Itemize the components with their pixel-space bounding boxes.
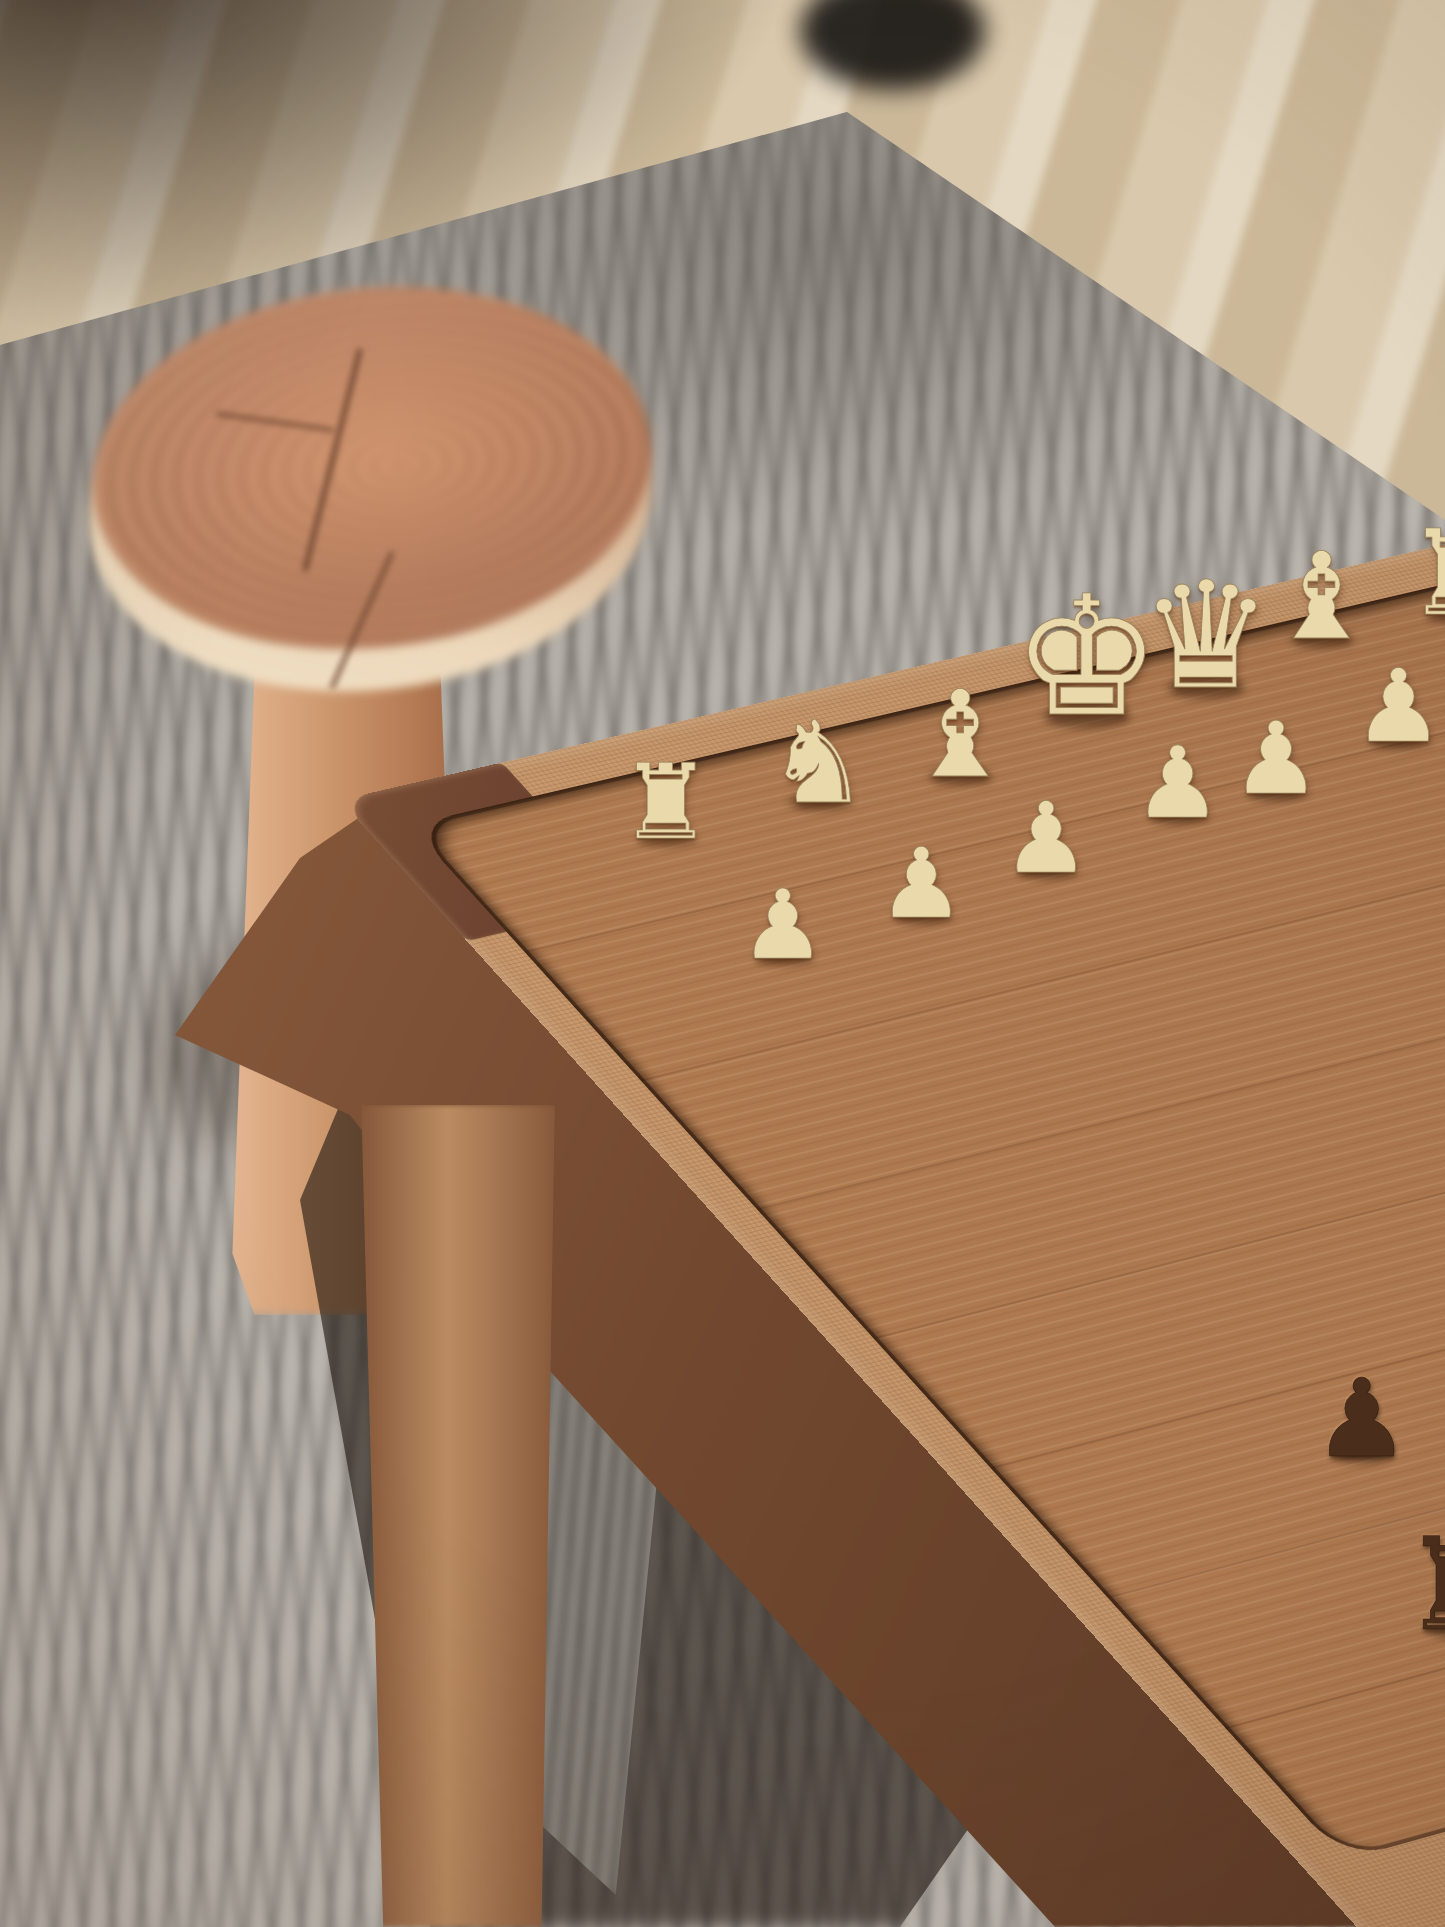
piece-white-pawn-b7[interactable]: ♟ — [740, 877, 826, 973]
piece-black-pawn-c3[interactable]: ♟ — [1313, 1365, 1410, 1473]
pieces-layer: ♜♞♝♚♛♝♜♟♟♟♟♟♟♟♟♜ — [0, 0, 1445, 1927]
piece-white-pawn-g7[interactable]: ♟ — [1353, 656, 1444, 757]
piece-black-rook-b2[interactable]: ♜ — [1402, 1521, 1445, 1649]
piece-white-pawn-d7[interactable]: ♟ — [1002, 789, 1090, 887]
piece-white-rook-b8[interactable]: ♜ — [619, 751, 712, 855]
living-room-chess-photo: ♜♞♝♚♛♝♜♟♟♟♟♟♟♟♟♜ — [0, 0, 1445, 1927]
piece-white-rook-h8[interactable]: ♜ — [1406, 514, 1445, 632]
piece-white-pawn-e7[interactable]: ♟ — [1133, 733, 1222, 832]
piece-white-bishop-d8[interactable]: ♝ — [906, 675, 1014, 795]
piece-black-pawn-d3[interactable]: ♟ — [1432, 1325, 1445, 1433]
piece-white-pawn-c7[interactable]: ♟ — [878, 835, 965, 932]
piece-white-knight-c8[interactable]: ♞ — [767, 706, 869, 820]
piece-white-king-e8[interactable]: ♚ — [1012, 574, 1161, 740]
piece-white-pawn-f7[interactable]: ♟ — [1231, 709, 1321, 809]
piece-white-bishop-g8[interactable]: ♝ — [1268, 537, 1376, 657]
